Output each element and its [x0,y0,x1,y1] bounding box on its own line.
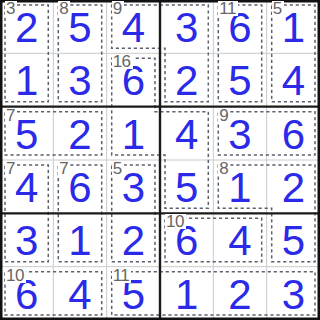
cell-r5c6[interactable]: 5 [267,213,320,266]
cell-r5c1[interactable]: 3 [0,213,53,266]
cell-r6c5[interactable]: 2 [213,267,266,320]
cage-sum-label: 11 [218,1,238,16]
cage-sum-label: 5 [272,1,284,16]
cage-sum-label: 8 [58,1,70,16]
cell-r5c5[interactable]: 4 [213,213,266,266]
cage-sum-label: 8 [218,161,230,176]
cell-r2c1[interactable]: 1 [0,53,53,106]
cell-r6c4[interactable]: 1 [160,267,213,320]
cell-r5c3[interactable]: 2 [107,213,160,266]
cell-r1c4[interactable]: 3 [160,0,213,53]
cell-r2c2[interactable]: 3 [53,53,106,106]
cage-sum-label: 16 [112,54,133,69]
cell-r4c4[interactable]: 5 [160,160,213,213]
cell-r2c5[interactable]: 5 [213,53,266,106]
cage-sum-label: 9 [218,108,230,123]
cage-sum-label: 5 [112,161,124,176]
cage-sum-label: 7 [58,161,70,176]
cell-r3c6[interactable]: 6 [267,107,320,160]
cell-r2c6[interactable]: 4 [267,53,320,106]
cell-r3c3[interactable]: 1 [107,107,160,160]
cell-r4c6[interactable]: 2 [267,160,320,213]
killer-sudoku-board: 2543611362545214364635123126456451233891… [0,0,320,320]
cage-sum-label: 10 [5,268,26,283]
cage-sum-label: 3 [5,1,17,16]
cell-r2c4[interactable]: 2 [160,53,213,106]
cage-sum-label: 9 [112,1,124,16]
cage-sum-label: 7 [5,161,17,176]
cage-sum-label: 11 [112,268,132,283]
cell-r3c2[interactable]: 2 [53,107,106,160]
cell-r6c2[interactable]: 4 [53,267,106,320]
cell-r5c2[interactable]: 1 [53,213,106,266]
cage-sum-label: 7 [5,108,17,123]
cell-r6c6[interactable]: 3 [267,267,320,320]
cell-r3c4[interactable]: 4 [160,107,213,160]
cage-sum-label: 10 [165,214,186,229]
